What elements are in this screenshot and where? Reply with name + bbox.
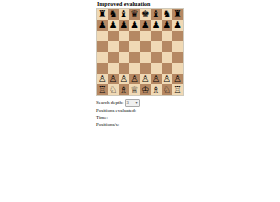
square-b6[interactable] (108, 31, 119, 42)
time-row: Time: (96, 115, 196, 121)
square-c5[interactable] (119, 41, 130, 52)
black-rook-icon[interactable]: ♜ (173, 9, 182, 19)
square-g2[interactable]: ♙ (162, 74, 173, 85)
time-label: Time: (96, 115, 108, 120)
square-g8[interactable]: ♞ (162, 9, 173, 20)
square-f2[interactable]: ♙ (151, 74, 162, 85)
square-a8[interactable]: ♜ (97, 9, 108, 20)
square-h1[interactable]: ♖ (172, 84, 183, 95)
square-a3[interactable] (97, 63, 108, 74)
square-b1[interactable]: ♘ (108, 84, 119, 95)
square-f4[interactable] (151, 52, 162, 63)
square-g1[interactable]: ♘ (162, 84, 173, 95)
square-g3[interactable] (162, 63, 173, 74)
square-b2[interactable]: ♙ (108, 74, 119, 85)
engine-info: Search depth: 3▾ Positions evaluated: Ti… (96, 99, 196, 128)
square-f1[interactable]: ♗ (151, 84, 162, 95)
positions-per-second-label: Positions/s: (96, 122, 119, 127)
square-b7[interactable]: ♟ (108, 20, 119, 31)
black-pawn-icon[interactable]: ♟ (163, 20, 172, 30)
black-pawn-icon[interactable]: ♟ (141, 20, 150, 30)
square-a6[interactable] (97, 31, 108, 42)
square-a1[interactable]: ♖ (97, 84, 108, 95)
square-c6[interactable] (119, 31, 130, 42)
white-knight-icon[interactable]: ♘ (163, 85, 172, 95)
square-e1[interactable]: ♔ (140, 84, 151, 95)
white-pawn-icon[interactable]: ♙ (98, 74, 107, 84)
square-d6[interactable] (129, 31, 140, 42)
search-depth-value: 3 (127, 100, 129, 105)
white-knight-icon[interactable]: ♘ (109, 85, 118, 95)
square-d4[interactable] (129, 52, 140, 63)
square-f6[interactable] (151, 31, 162, 42)
white-pawn-icon[interactable]: ♙ (109, 74, 118, 84)
square-c2[interactable]: ♙ (119, 74, 130, 85)
page-title: Improved evaluation (97, 1, 196, 8)
square-d8[interactable]: ♛ (129, 9, 140, 20)
square-g6[interactable] (162, 31, 173, 42)
white-king-icon[interactable]: ♔ (141, 85, 150, 95)
positions-evaluated-label: Positions evaluated: (96, 108, 136, 113)
square-h7[interactable]: ♟ (172, 20, 183, 31)
square-c7[interactable]: ♟ (119, 20, 130, 31)
square-b3[interactable] (108, 63, 119, 74)
square-a4[interactable] (97, 52, 108, 63)
square-e8[interactable]: ♚ (140, 9, 151, 20)
square-d7[interactable]: ♟ (129, 20, 140, 31)
white-pawn-icon[interactable]: ♙ (120, 74, 129, 84)
search-depth-select[interactable]: 3▾ (125, 99, 140, 107)
white-pawn-icon[interactable]: ♙ (163, 74, 172, 84)
square-c8[interactable]: ♝ (119, 9, 130, 20)
square-f7[interactable]: ♟ (151, 20, 162, 31)
square-f3[interactable] (151, 63, 162, 74)
square-d2[interactable]: ♙ (129, 74, 140, 85)
square-h5[interactable] (172, 41, 183, 52)
search-depth-row: Search depth: 3▾ (96, 99, 196, 107)
black-pawn-icon[interactable]: ♟ (173, 20, 182, 30)
white-pawn-icon[interactable]: ♙ (173, 74, 182, 84)
square-d1[interactable]: ♕ (129, 84, 140, 95)
square-h6[interactable] (172, 31, 183, 42)
square-e5[interactable] (140, 41, 151, 52)
square-c3[interactable] (119, 63, 130, 74)
black-pawn-icon[interactable]: ♟ (130, 20, 139, 30)
square-d5[interactable] (129, 41, 140, 52)
chevron-down-icon: ▾ (136, 100, 138, 106)
black-queen-icon[interactable]: ♛ (130, 9, 139, 19)
square-f8[interactable]: ♝ (151, 9, 162, 20)
white-bishop-icon[interactable]: ♗ (152, 85, 161, 95)
black-king-icon[interactable]: ♚ (141, 9, 150, 19)
chess-board[interactable]: ♜♞♝♛♚♝♞♜♟♟♟♟♟♟♟♟♙♙♙♙♙♙♙♙♖♘♗♕♔♗♘♖ (96, 8, 184, 96)
square-c1[interactable]: ♗ (119, 84, 130, 95)
square-h8[interactable]: ♜ (172, 9, 183, 20)
white-pawn-icon[interactable]: ♙ (130, 74, 139, 84)
square-b4[interactable] (108, 52, 119, 63)
black-rook-icon[interactable]: ♜ (98, 9, 107, 19)
square-b5[interactable] (108, 41, 119, 52)
black-pawn-icon[interactable]: ♟ (98, 20, 107, 30)
black-pawn-icon[interactable]: ♟ (109, 20, 118, 30)
square-g5[interactable] (162, 41, 173, 52)
black-bishop-icon[interactable]: ♝ (120, 9, 129, 19)
square-f5[interactable] (151, 41, 162, 52)
square-h4[interactable] (172, 52, 183, 63)
search-depth-label: Search depth: (96, 100, 123, 105)
white-queen-icon[interactable]: ♕ (130, 85, 139, 95)
white-rook-icon[interactable]: ♖ (98, 85, 107, 95)
square-c4[interactable] (119, 52, 130, 63)
square-h2[interactable]: ♙ (172, 74, 183, 85)
black-knight-icon[interactable]: ♞ (163, 9, 172, 19)
white-rook-icon[interactable]: ♖ (173, 85, 182, 95)
square-e6[interactable] (140, 31, 151, 42)
square-h3[interactable] (172, 63, 183, 74)
square-e4[interactable] (140, 52, 151, 63)
square-d3[interactable] (129, 63, 140, 74)
square-g7[interactable]: ♟ (162, 20, 173, 31)
white-pawn-icon[interactable]: ♙ (152, 74, 161, 84)
white-pawn-icon[interactable]: ♙ (141, 74, 150, 84)
square-a5[interactable] (97, 41, 108, 52)
app-container: Improved evaluation ♜♞♝♛♚♝♞♜♟♟♟♟♟♟♟♟♙♙♙♙… (96, 1, 196, 129)
square-g4[interactable] (162, 52, 173, 63)
black-pawn-icon[interactable]: ♟ (152, 20, 161, 30)
positions-per-second-row: Positions/s: (96, 122, 196, 128)
black-knight-icon[interactable]: ♞ (109, 9, 118, 19)
square-e3[interactable] (140, 63, 151, 74)
white-bishop-icon[interactable]: ♗ (120, 85, 129, 95)
square-e2[interactable]: ♙ (140, 74, 151, 85)
black-bishop-icon[interactable]: ♝ (152, 9, 161, 19)
square-e7[interactable]: ♟ (140, 20, 151, 31)
square-b8[interactable]: ♞ (108, 9, 119, 20)
square-a7[interactable]: ♟ (97, 20, 108, 31)
positions-evaluated-row: Positions evaluated: (96, 108, 196, 114)
square-a2[interactable]: ♙ (97, 74, 108, 85)
black-pawn-icon[interactable]: ♟ (120, 20, 129, 30)
